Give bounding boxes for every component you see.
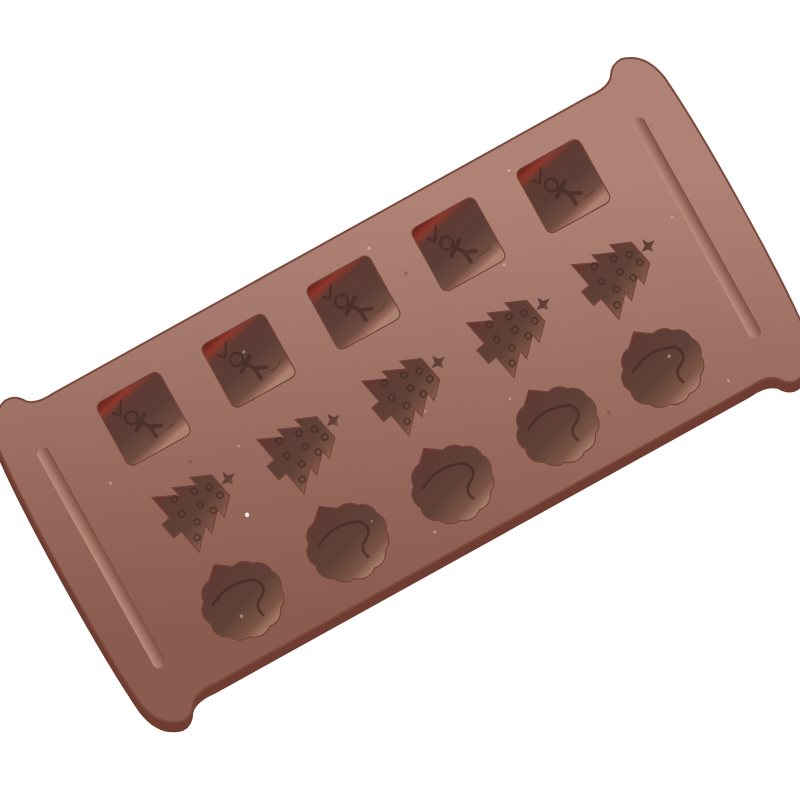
chocolate-mold-photo (0, 0, 800, 800)
mold-group (0, 43, 800, 748)
product-photo-canvas (0, 0, 800, 800)
